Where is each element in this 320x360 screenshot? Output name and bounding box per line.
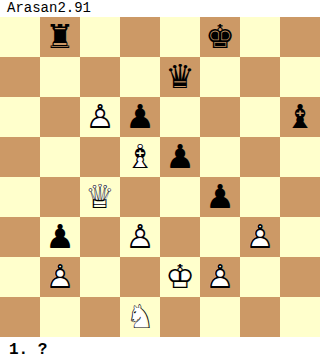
- square-h5[interactable]: [280, 137, 320, 177]
- white-pawn[interactable]: ♟♙: [240, 217, 280, 257]
- square-b6[interactable]: [40, 97, 80, 137]
- square-b2[interactable]: ♟♙: [40, 257, 80, 297]
- square-c4[interactable]: ♛♕: [80, 177, 120, 217]
- white-knight[interactable]: ♞♘: [120, 297, 160, 337]
- square-b7[interactable]: [40, 57, 80, 97]
- square-f2[interactable]: ♟♙: [200, 257, 240, 297]
- white-king-glyph: ♔: [160, 257, 200, 297]
- square-g6[interactable]: [240, 97, 280, 137]
- black-king-glyph: ♚: [200, 17, 240, 57]
- square-b3[interactable]: ♟: [40, 217, 80, 257]
- white-pawn-glyph: ♙: [80, 97, 120, 137]
- square-a1[interactable]: [0, 297, 40, 337]
- black-queen-glyph: ♛: [160, 57, 200, 97]
- square-d1[interactable]: ♞♘: [120, 297, 160, 337]
- window-title: Arasan2.91: [0, 0, 320, 17]
- square-e6[interactable]: [160, 97, 200, 137]
- square-h8[interactable]: [280, 17, 320, 57]
- black-queen[interactable]: ♛: [160, 57, 200, 97]
- square-h1[interactable]: [280, 297, 320, 337]
- square-b5[interactable]: [40, 137, 80, 177]
- square-g4[interactable]: [240, 177, 280, 217]
- square-c3[interactable]: [80, 217, 120, 257]
- white-pawn-glyph: ♙: [120, 217, 160, 257]
- black-pawn[interactable]: ♟: [200, 177, 240, 217]
- square-c6[interactable]: ♟♙: [80, 97, 120, 137]
- square-a3[interactable]: [0, 217, 40, 257]
- square-g8[interactable]: [240, 17, 280, 57]
- black-bishop-glyph: ♝: [280, 97, 320, 137]
- square-e4[interactable]: [160, 177, 200, 217]
- square-c2[interactable]: [80, 257, 120, 297]
- square-e1[interactable]: [160, 297, 200, 337]
- black-pawn[interactable]: ♟: [120, 97, 160, 137]
- square-f6[interactable]: [200, 97, 240, 137]
- square-h2[interactable]: [280, 257, 320, 297]
- square-h7[interactable]: [280, 57, 320, 97]
- square-e3[interactable]: [160, 217, 200, 257]
- square-b8[interactable]: ♜: [40, 17, 80, 57]
- black-king[interactable]: ♚: [200, 17, 240, 57]
- black-pawn-glyph: ♟: [160, 137, 200, 177]
- square-f8[interactable]: ♚: [200, 17, 240, 57]
- square-d5[interactable]: ♝♗: [120, 137, 160, 177]
- square-e5[interactable]: ♟: [160, 137, 200, 177]
- square-d4[interactable]: [120, 177, 160, 217]
- square-g2[interactable]: [240, 257, 280, 297]
- black-pawn-glyph: ♟: [120, 97, 160, 137]
- white-queen[interactable]: ♛♕: [80, 177, 120, 217]
- white-pawn-glyph: ♙: [240, 217, 280, 257]
- chess-board: ♜♚♛♟♙♟♝♝♗♟♛♕♟♟♟♙♟♙♟♙♚♔♟♙♞♘: [0, 17, 320, 337]
- square-a2[interactable]: [0, 257, 40, 297]
- square-d8[interactable]: [120, 17, 160, 57]
- square-a7[interactable]: [0, 57, 40, 97]
- square-f1[interactable]: [200, 297, 240, 337]
- square-h6[interactable]: ♝: [280, 97, 320, 137]
- square-h3[interactable]: [280, 217, 320, 257]
- square-b1[interactable]: [40, 297, 80, 337]
- black-pawn-glyph: ♟: [200, 177, 240, 217]
- square-c7[interactable]: [80, 57, 120, 97]
- square-g3[interactable]: ♟♙: [240, 217, 280, 257]
- black-rook[interactable]: ♜: [40, 17, 80, 57]
- white-pawn-glyph: ♙: [40, 257, 80, 297]
- square-g1[interactable]: [240, 297, 280, 337]
- move-prompt: 1. ?: [0, 337, 320, 360]
- square-e7[interactable]: ♛: [160, 57, 200, 97]
- white-pawn[interactable]: ♟♙: [120, 217, 160, 257]
- square-d3[interactable]: ♟♙: [120, 217, 160, 257]
- black-rook-glyph: ♜: [40, 17, 80, 57]
- square-f4[interactable]: ♟: [200, 177, 240, 217]
- square-h4[interactable]: [280, 177, 320, 217]
- white-pawn[interactable]: ♟♙: [40, 257, 80, 297]
- square-e8[interactable]: [160, 17, 200, 57]
- black-pawn[interactable]: ♟: [40, 217, 80, 257]
- square-e2[interactable]: ♚♔: [160, 257, 200, 297]
- white-pawn-glyph: ♙: [200, 257, 240, 297]
- square-a8[interactable]: [0, 17, 40, 57]
- square-c1[interactable]: [80, 297, 120, 337]
- black-pawn-glyph: ♟: [40, 217, 80, 257]
- square-f5[interactable]: [200, 137, 240, 177]
- square-d7[interactable]: [120, 57, 160, 97]
- square-d6[interactable]: ♟: [120, 97, 160, 137]
- white-knight-glyph: ♘: [120, 297, 160, 337]
- white-pawn[interactable]: ♟♙: [80, 97, 120, 137]
- square-b4[interactable]: [40, 177, 80, 217]
- square-d2[interactable]: [120, 257, 160, 297]
- white-pawn[interactable]: ♟♙: [200, 257, 240, 297]
- square-f3[interactable]: [200, 217, 240, 257]
- square-f7[interactable]: [200, 57, 240, 97]
- square-g7[interactable]: [240, 57, 280, 97]
- white-queen-glyph: ♕: [80, 177, 120, 217]
- square-c8[interactable]: [80, 17, 120, 57]
- square-a6[interactable]: [0, 97, 40, 137]
- black-pawn[interactable]: ♟: [160, 137, 200, 177]
- white-bishop[interactable]: ♝♗: [120, 137, 160, 177]
- square-a5[interactable]: [0, 137, 40, 177]
- square-c5[interactable]: [80, 137, 120, 177]
- square-a4[interactable]: [0, 177, 40, 217]
- white-bishop-glyph: ♗: [120, 137, 160, 177]
- black-bishop[interactable]: ♝: [280, 97, 320, 137]
- square-g5[interactable]: [240, 137, 280, 177]
- white-king[interactable]: ♚♔: [160, 257, 200, 297]
